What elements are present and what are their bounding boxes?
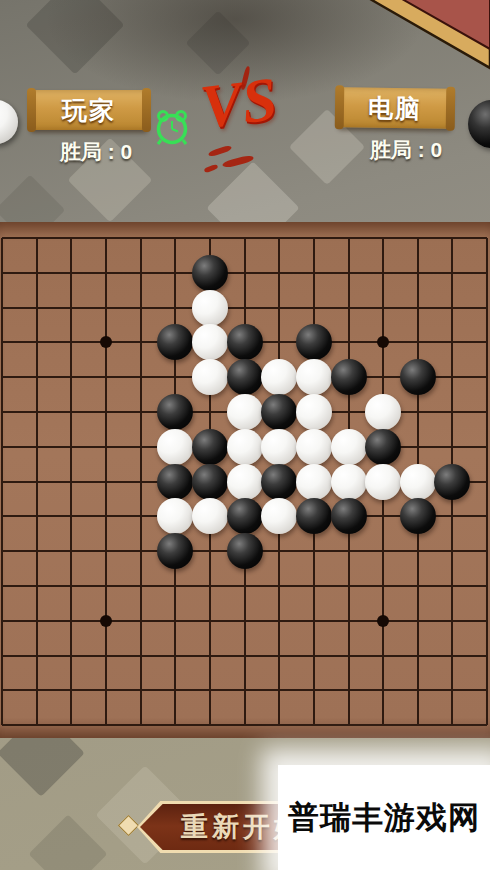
white-stone [331, 429, 367, 465]
black-stone [261, 394, 297, 430]
black-stone [157, 394, 193, 430]
player-score: 胜局 : 0 [40, 138, 152, 166]
white-stone [227, 464, 263, 500]
floor-tile-decor [28, 814, 107, 870]
black-stone [261, 464, 297, 500]
white-stone [296, 429, 332, 465]
white-stone [192, 359, 228, 395]
white-stone [261, 498, 297, 534]
grid-line-v [486, 238, 488, 725]
computer-name: 电脑 [368, 91, 422, 125]
black-stone [192, 255, 228, 291]
black-stone [227, 533, 263, 569]
star-point [100, 336, 112, 348]
black-stone [331, 359, 367, 395]
white-stone [365, 464, 401, 500]
black-stone [296, 498, 332, 534]
vs-label: VS [197, 64, 304, 138]
white-stone [261, 429, 297, 465]
black-stone [227, 359, 263, 395]
black-stone [227, 324, 263, 360]
white-stone [296, 359, 332, 395]
star-point [377, 615, 389, 627]
grid-line-h [2, 620, 487, 622]
watermark: 普瑞丰游戏网 [278, 765, 490, 870]
star-point [100, 615, 112, 627]
white-stone [261, 359, 297, 395]
player-banner: 玩家 [30, 90, 148, 130]
black-stone [365, 429, 401, 465]
player-name: 玩家 [62, 94, 116, 127]
white-stone [192, 498, 228, 534]
black-stone [400, 359, 436, 395]
white-stone [192, 290, 228, 326]
white-stone [227, 394, 263, 430]
grid-line-h [2, 585, 487, 587]
game-screen: 玩家 胜局 : 0 VS 电脑 胜局 : 0 重新开始 普瑞丰游戏网 [0, 0, 490, 870]
black-stone [157, 324, 193, 360]
black-stone [296, 324, 332, 360]
grid-line-h [2, 724, 487, 726]
computer-banner: 电脑 [338, 87, 453, 129]
black-stone [331, 498, 367, 534]
game-board[interactable] [0, 222, 490, 738]
white-stone [227, 429, 263, 465]
white-stone [400, 464, 436, 500]
white-stone [296, 394, 332, 430]
white-stone [157, 429, 193, 465]
watermark-text: 普瑞丰游戏网 [288, 797, 480, 839]
white-stone [296, 464, 332, 500]
computer-score: 胜局 : 0 [352, 136, 460, 164]
black-stone [157, 464, 193, 500]
star-point [377, 336, 389, 348]
black-stone [157, 533, 193, 569]
grid-line-h [2, 655, 487, 657]
white-stone [365, 394, 401, 430]
timer-icon [152, 107, 192, 147]
black-stone [192, 429, 228, 465]
black-stone [192, 464, 228, 500]
grid-line-h [2, 689, 487, 691]
black-stone [434, 464, 470, 500]
white-stone [157, 498, 193, 534]
white-stone [331, 464, 367, 500]
black-stone [400, 498, 436, 534]
black-stone [227, 498, 263, 534]
white-stone [192, 324, 228, 360]
